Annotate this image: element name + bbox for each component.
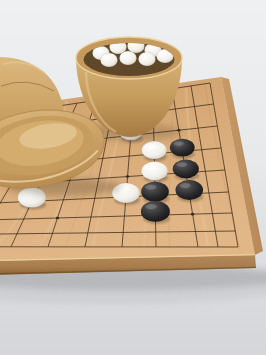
bowl-stone-6 <box>100 53 117 67</box>
stone-body <box>141 161 167 180</box>
stone-highlight <box>180 183 191 188</box>
black-stone-c7r5 <box>173 159 199 180</box>
stone-highlight <box>145 144 155 149</box>
stone-body <box>175 180 203 200</box>
stone-highlight <box>145 164 156 169</box>
black-stone-c7r6 <box>175 180 203 202</box>
white-stone-c6r4 <box>142 141 167 161</box>
stone-highlight <box>145 185 156 190</box>
black-stone-c6r6 <box>141 182 169 204</box>
stone-body <box>142 141 167 159</box>
stone-body <box>141 182 169 202</box>
hoshi-7-7 <box>191 213 194 216</box>
stone-body <box>173 159 199 178</box>
hoshi-3-7 <box>56 217 59 220</box>
bowl-stone-7 <box>119 51 136 65</box>
go-scene <box>0 0 266 355</box>
black-stone-c6r7 <box>141 201 170 224</box>
stone-body <box>170 139 195 157</box>
stone-highlight <box>177 162 187 167</box>
white-stone-c6r5 <box>141 161 167 182</box>
hoshi-5-5 <box>126 175 129 178</box>
go-photo-stage <box>0 0 266 355</box>
black-stone-c7r4 <box>170 139 195 159</box>
stone-body <box>141 201 170 222</box>
stone-highlight <box>145 204 157 209</box>
bowl-stone-8 <box>138 52 155 66</box>
stone-highlight <box>174 141 184 146</box>
